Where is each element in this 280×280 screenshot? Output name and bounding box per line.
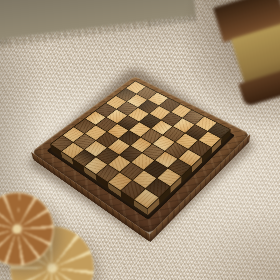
wooden-box [213,0,280,115]
chessboard [31,76,250,235]
product-photo-scene [0,0,280,280]
